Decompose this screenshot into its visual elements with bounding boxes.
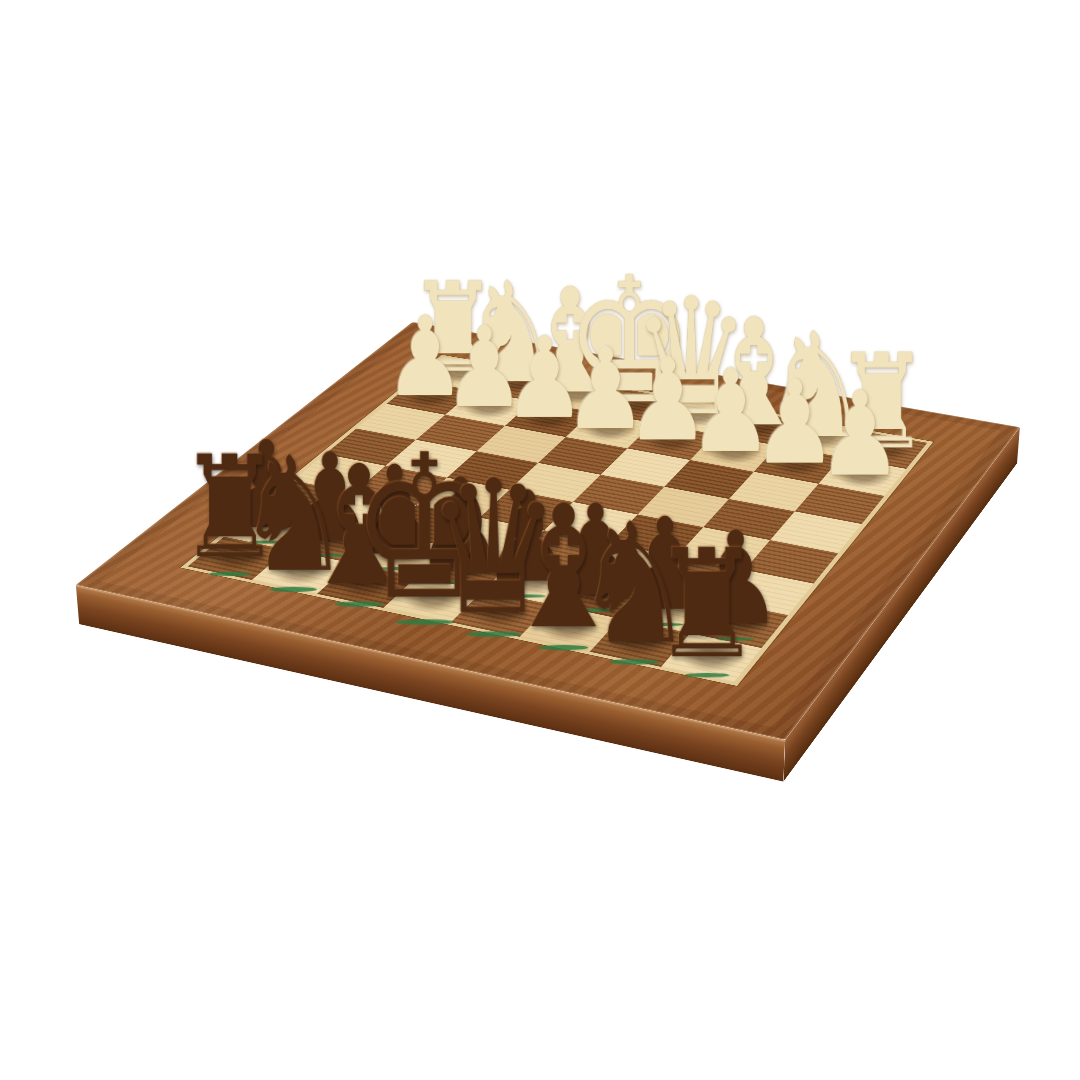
photo-scene: ♜♞♝♛♚♝♞♜♟♟♟♟♟♟♟♟♟♟♟♟♟♟♟♟♜♞♝♛♚♝♞♜ [0, 0, 1080, 1080]
black-rook-glyph: ♜ [652, 529, 763, 679]
chess-board: ♜♞♝♛♚♝♞♜♟♟♟♟♟♟♟♟♟♟♟♟♟♟♟♟♜♞♝♛♚♝♞♜ [76, 322, 1020, 740]
product-photo-stage: ♜♞♝♛♚♝♞♜♟♟♟♟♟♟♟♟♟♟♟♟♟♟♟♟♜♞♝♛♚♝♞♜ [0, 0, 1080, 1080]
